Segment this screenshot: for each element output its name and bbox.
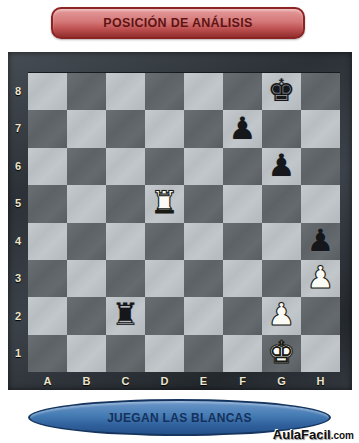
square-f8[interactable] <box>223 73 262 110</box>
square-b2[interactable] <box>67 297 106 334</box>
square-h8[interactable] <box>301 73 340 110</box>
chess-board: 87654321 ♚♟♟♜♟♟♜♟♚ ABCDEFGH <box>8 52 352 390</box>
file-labels: ABCDEFGH <box>28 372 340 390</box>
square-a8[interactable] <box>28 73 67 110</box>
rank-labels: 87654321 <box>8 72 28 372</box>
square-g8[interactable]: ♚ <box>262 73 301 110</box>
square-f3[interactable] <box>223 260 262 297</box>
square-f1[interactable] <box>223 335 262 372</box>
square-a6[interactable] <box>28 148 67 185</box>
square-e5[interactable] <box>184 185 223 222</box>
square-g2[interactable]: ♟ <box>262 297 301 334</box>
file-label-e: E <box>184 372 223 390</box>
square-d4[interactable] <box>145 223 184 260</box>
square-b1[interactable] <box>67 335 106 372</box>
square-e7[interactable] <box>184 110 223 147</box>
rank-label-8: 8 <box>8 72 28 110</box>
square-g4[interactable] <box>262 223 301 260</box>
rank-label-1: 1 <box>8 335 28 373</box>
square-a1[interactable] <box>28 335 67 372</box>
square-a3[interactable] <box>28 260 67 297</box>
turn-banner-label: JUEGAN LAS BLANCAS <box>107 411 252 425</box>
file-label-h: H <box>301 372 340 390</box>
square-h2[interactable] <box>301 297 340 334</box>
square-a5[interactable] <box>28 185 67 222</box>
square-c4[interactable] <box>106 223 145 260</box>
square-e6[interactable] <box>184 148 223 185</box>
square-h5[interactable] <box>301 185 340 222</box>
square-b4[interactable] <box>67 223 106 260</box>
square-c1[interactable] <box>106 335 145 372</box>
square-e2[interactable] <box>184 297 223 334</box>
square-f5[interactable] <box>223 185 262 222</box>
square-c7[interactable] <box>106 110 145 147</box>
square-b7[interactable] <box>67 110 106 147</box>
file-label-a: A <box>28 372 67 390</box>
square-h7[interactable] <box>301 110 340 147</box>
square-g3[interactable] <box>262 260 301 297</box>
square-h3[interactable]: ♟ <box>301 260 340 297</box>
square-d1[interactable] <box>145 335 184 372</box>
black-king-g8[interactable]: ♚ <box>268 75 296 106</box>
brand: AulaFacil.com <box>273 425 354 443</box>
square-e8[interactable] <box>184 73 223 110</box>
square-d7[interactable] <box>145 110 184 147</box>
square-h4[interactable]: ♟ <box>301 223 340 260</box>
square-h1[interactable] <box>301 335 340 372</box>
black-pawn-h4[interactable]: ♟ <box>307 225 335 256</box>
square-a4[interactable] <box>28 223 67 260</box>
square-b6[interactable] <box>67 148 106 185</box>
square-b5[interactable] <box>67 185 106 222</box>
square-f4[interactable] <box>223 223 262 260</box>
page: POSICIÓN DE ANÁLISIS 87654321 ♚♟♟♜♟♟♜♟♚ … <box>0 0 359 443</box>
white-king-g1[interactable]: ♚ <box>268 337 296 368</box>
white-pawn-g2[interactable]: ♟ <box>268 299 296 330</box>
square-e4[interactable] <box>184 223 223 260</box>
square-g1[interactable]: ♚ <box>262 335 301 372</box>
file-label-g: G <box>262 372 301 390</box>
rank-label-3: 3 <box>8 260 28 298</box>
analysis-banner: POSICIÓN DE ANÁLISIS <box>51 7 305 39</box>
square-c6[interactable] <box>106 148 145 185</box>
rank-label-2: 2 <box>8 297 28 335</box>
square-d3[interactable] <box>145 260 184 297</box>
black-pawn-g6[interactable]: ♟ <box>268 150 296 181</box>
file-label-d: D <box>145 372 184 390</box>
square-a7[interactable] <box>28 110 67 147</box>
square-d8[interactable] <box>145 73 184 110</box>
square-b8[interactable] <box>67 73 106 110</box>
square-g7[interactable] <box>262 110 301 147</box>
square-g6[interactable]: ♟ <box>262 148 301 185</box>
square-a2[interactable] <box>28 297 67 334</box>
rank-label-5: 5 <box>8 185 28 223</box>
board-grid: ♚♟♟♜♟♟♜♟♚ <box>28 72 340 372</box>
square-c8[interactable] <box>106 73 145 110</box>
square-g5[interactable] <box>262 185 301 222</box>
black-pawn-f7[interactable]: ♟ <box>229 113 257 144</box>
square-h6[interactable] <box>301 148 340 185</box>
file-label-b: B <box>67 372 106 390</box>
square-f2[interactable] <box>223 297 262 334</box>
white-pawn-h3[interactable]: ♟ <box>307 262 335 293</box>
file-label-f: F <box>223 372 262 390</box>
black-rook-c2[interactable]: ♜ <box>112 299 140 330</box>
square-d5[interactable]: ♜ <box>145 185 184 222</box>
square-e3[interactable] <box>184 260 223 297</box>
square-f6[interactable] <box>223 148 262 185</box>
square-b3[interactable] <box>67 260 106 297</box>
rank-label-7: 7 <box>8 110 28 148</box>
square-c3[interactable] <box>106 260 145 297</box>
square-e1[interactable] <box>184 335 223 372</box>
rank-label-4: 4 <box>8 222 28 260</box>
square-d2[interactable] <box>145 297 184 334</box>
square-c5[interactable] <box>106 185 145 222</box>
brand-name: AulaFacil <box>273 427 331 442</box>
file-label-c: C <box>106 372 145 390</box>
analysis-banner-label: POSICIÓN DE ANÁLISIS <box>103 16 252 30</box>
white-rook-d5[interactable]: ♜ <box>151 187 179 218</box>
square-f7[interactable]: ♟ <box>223 110 262 147</box>
square-c2[interactable]: ♜ <box>106 297 145 334</box>
square-d6[interactable] <box>145 148 184 185</box>
brand-tld: .com <box>331 430 354 441</box>
rank-label-6: 6 <box>8 147 28 185</box>
